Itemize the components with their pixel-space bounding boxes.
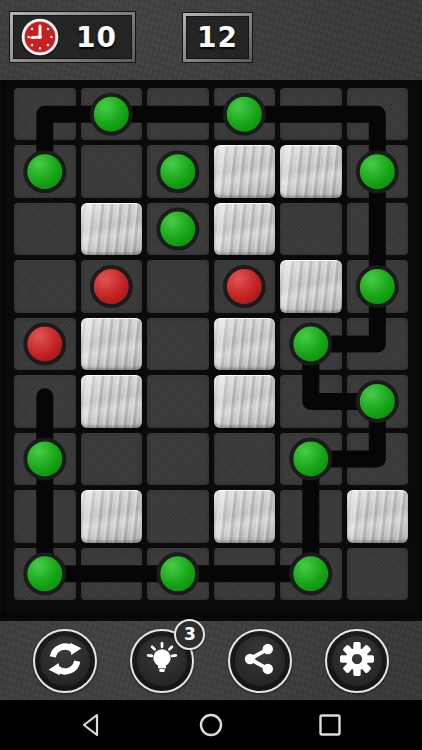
green-dot[interactable] bbox=[25, 554, 64, 593]
green-dot[interactable] bbox=[358, 382, 397, 421]
green-dot[interactable] bbox=[25, 152, 64, 191]
home-circle-icon[interactable] bbox=[197, 711, 225, 739]
hint-count-badge: 3 bbox=[174, 619, 205, 650]
hud-bar: 10 12 bbox=[0, 0, 422, 80]
counter-value: 12 bbox=[197, 21, 238, 54]
bulb-icon bbox=[145, 642, 179, 680]
green-dot[interactable] bbox=[358, 267, 397, 306]
android-navbar bbox=[0, 700, 422, 750]
puzzle-board bbox=[0, 80, 422, 618]
green-dot[interactable] bbox=[92, 95, 131, 134]
hint-count: 3 bbox=[184, 624, 196, 644]
green-dot[interactable] bbox=[225, 95, 264, 134]
back-triangle-icon[interactable] bbox=[78, 711, 106, 739]
refresh-icon bbox=[48, 642, 82, 680]
timer-panel: 10 bbox=[10, 12, 135, 62]
game-screen: 10 12 bbox=[0, 0, 422, 750]
red-dot[interactable] bbox=[92, 267, 131, 306]
recents-square-icon[interactable] bbox=[316, 711, 344, 739]
share-icon bbox=[243, 642, 277, 680]
clock-icon bbox=[20, 17, 60, 57]
counter-panel: 12 bbox=[183, 13, 252, 62]
green-dot[interactable] bbox=[158, 210, 197, 249]
gear-icon bbox=[340, 642, 374, 680]
red-dot[interactable] bbox=[25, 325, 64, 364]
game-toolbar: 3 bbox=[0, 618, 422, 700]
green-dot[interactable] bbox=[158, 152, 197, 191]
red-dot[interactable] bbox=[225, 267, 264, 306]
green-dot[interactable] bbox=[291, 439, 330, 478]
green-dot[interactable] bbox=[25, 439, 64, 478]
timer-value: 10 bbox=[76, 21, 117, 54]
green-dot[interactable] bbox=[358, 152, 397, 191]
green-dot[interactable] bbox=[158, 554, 197, 593]
share-button[interactable] bbox=[228, 629, 292, 693]
green-dot[interactable] bbox=[291, 325, 330, 364]
hint-button[interactable]: 3 bbox=[130, 629, 194, 693]
green-dot[interactable] bbox=[291, 554, 330, 593]
restart-button[interactable] bbox=[33, 629, 97, 693]
board-overlay bbox=[14, 88, 408, 600]
settings-button[interactable] bbox=[325, 629, 389, 693]
